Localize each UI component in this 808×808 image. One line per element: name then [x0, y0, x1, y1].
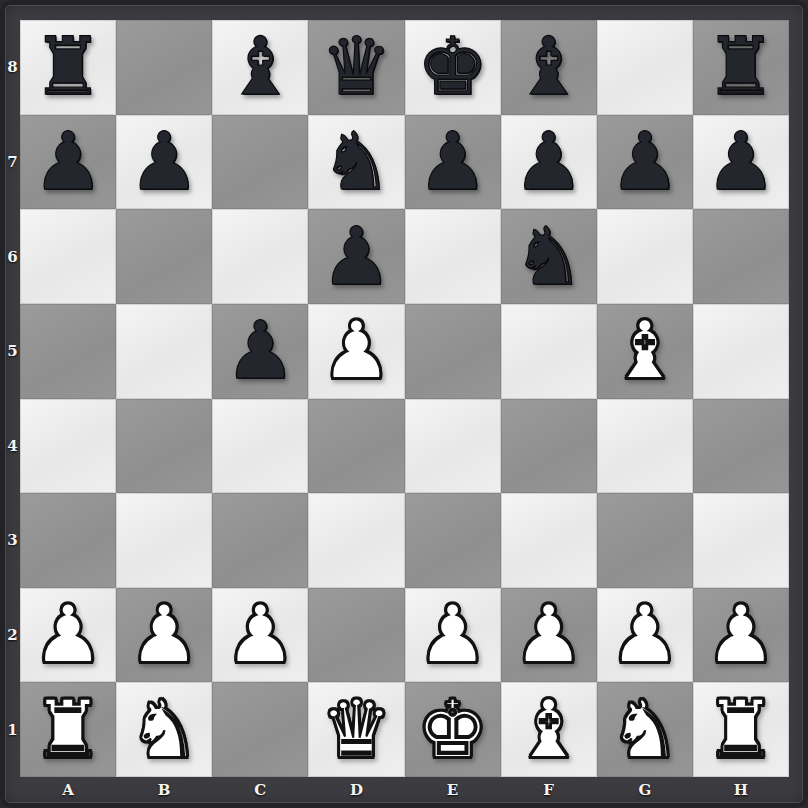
- square-h5[interactable]: [693, 304, 789, 399]
- piece-white-queen[interactable]: ♛: [321, 690, 393, 770]
- piece-black-queen[interactable]: ♛: [321, 27, 393, 107]
- square-d8[interactable]: ♛: [308, 20, 404, 115]
- square-c1[interactable]: [212, 682, 308, 777]
- square-e6[interactable]: [405, 209, 501, 304]
- square-b3[interactable]: [116, 493, 212, 588]
- piece-white-pawn[interactable]: ♟: [513, 595, 585, 675]
- piece-white-king[interactable]: ♚: [417, 690, 489, 770]
- square-h4[interactable]: [693, 399, 789, 494]
- square-d5[interactable]: ♟: [308, 304, 404, 399]
- file-label-g: G: [597, 777, 693, 802]
- square-h1[interactable]: ♜: [693, 682, 789, 777]
- piece-black-rook[interactable]: ♜: [32, 27, 104, 107]
- piece-white-rook[interactable]: ♜: [705, 690, 777, 770]
- piece-white-rook[interactable]: ♜: [32, 690, 104, 770]
- square-e1[interactable]: ♚: [405, 682, 501, 777]
- chess-board: ♜♝♛♚♝♜♟♟♞♟♟♟♟♟♞♟♟♝♟♟♟♟♟♟♟♜♞♛♚♝♞♜: [20, 20, 789, 777]
- piece-black-pawn[interactable]: ♟: [32, 122, 104, 202]
- square-g1[interactable]: ♞: [597, 682, 693, 777]
- square-g4[interactable]: [597, 399, 693, 494]
- piece-white-knight[interactable]: ♞: [128, 690, 200, 770]
- rank-label-2: 2: [0, 588, 20, 683]
- square-e4[interactable]: [405, 399, 501, 494]
- piece-white-pawn[interactable]: ♟: [128, 595, 200, 675]
- square-d6[interactable]: ♟: [308, 209, 404, 304]
- piece-white-bishop[interactable]: ♝: [513, 690, 585, 770]
- piece-white-pawn[interactable]: ♟: [224, 595, 296, 675]
- square-d7[interactable]: ♞: [308, 115, 404, 210]
- rank-label-4: 4: [0, 399, 20, 494]
- file-labels: ABCDEFGH: [20, 777, 789, 802]
- square-f7[interactable]: ♟: [501, 115, 597, 210]
- piece-black-pawn[interactable]: ♟: [417, 122, 489, 202]
- square-e7[interactable]: ♟: [405, 115, 501, 210]
- square-g3[interactable]: [597, 493, 693, 588]
- square-a1[interactable]: ♜: [20, 682, 116, 777]
- piece-black-king[interactable]: ♚: [417, 27, 489, 107]
- piece-black-pawn[interactable]: ♟: [224, 311, 296, 391]
- rank-label-6: 6: [0, 209, 20, 304]
- square-f6[interactable]: ♞: [501, 209, 597, 304]
- piece-black-pawn[interactable]: ♟: [705, 122, 777, 202]
- square-g7[interactable]: ♟: [597, 115, 693, 210]
- piece-white-pawn[interactable]: ♟: [705, 595, 777, 675]
- square-h2[interactable]: ♟: [693, 588, 789, 683]
- file-label-e: E: [405, 777, 501, 802]
- square-c4[interactable]: [212, 399, 308, 494]
- square-c2[interactable]: ♟: [212, 588, 308, 683]
- piece-white-pawn[interactable]: ♟: [417, 595, 489, 675]
- square-c8[interactable]: ♝: [212, 20, 308, 115]
- file-label-a: A: [20, 777, 116, 802]
- square-g8[interactable]: [597, 20, 693, 115]
- file-label-b: B: [116, 777, 212, 802]
- square-f2[interactable]: ♟: [501, 588, 597, 683]
- square-d1[interactable]: ♛: [308, 682, 404, 777]
- square-h6[interactable]: [693, 209, 789, 304]
- rank-label-3: 3: [0, 493, 20, 588]
- square-f3[interactable]: [501, 493, 597, 588]
- piece-black-knight[interactable]: ♞: [321, 122, 393, 202]
- chess-board-frame: 87654321 ♜♝♛♚♝♜♟♟♞♟♟♟♟♟♞♟♟♝♟♟♟♟♟♟♟♜♞♛♚♝♞…: [0, 0, 808, 808]
- square-a4[interactable]: [20, 399, 116, 494]
- piece-white-bishop[interactable]: ♝: [609, 311, 681, 391]
- piece-white-knight[interactable]: ♞: [609, 690, 681, 770]
- piece-white-pawn[interactable]: ♟: [32, 595, 104, 675]
- rank-label-1: 1: [0, 682, 20, 777]
- piece-white-pawn[interactable]: ♟: [321, 311, 393, 391]
- square-f1[interactable]: ♝: [501, 682, 597, 777]
- square-g2[interactable]: ♟: [597, 588, 693, 683]
- rank-label-7: 7: [0, 115, 20, 210]
- square-b1[interactable]: ♞: [116, 682, 212, 777]
- square-c5[interactable]: ♟: [212, 304, 308, 399]
- square-f8[interactable]: ♝: [501, 20, 597, 115]
- square-h7[interactable]: ♟: [693, 115, 789, 210]
- piece-black-bishop[interactable]: ♝: [224, 27, 296, 107]
- file-label-d: D: [308, 777, 404, 802]
- file-label-h: H: [693, 777, 789, 802]
- piece-black-knight[interactable]: ♞: [513, 217, 585, 297]
- file-label-c: C: [212, 777, 308, 802]
- piece-black-pawn[interactable]: ♟: [513, 122, 585, 202]
- piece-black-pawn[interactable]: ♟: [128, 122, 200, 202]
- rank-label-8: 8: [0, 20, 20, 115]
- square-e2[interactable]: ♟: [405, 588, 501, 683]
- square-c7[interactable]: [212, 115, 308, 210]
- square-a5[interactable]: [20, 304, 116, 399]
- square-f4[interactable]: [501, 399, 597, 494]
- square-h3[interactable]: [693, 493, 789, 588]
- file-label-f: F: [501, 777, 597, 802]
- rank-label-5: 5: [0, 304, 20, 399]
- square-h8[interactable]: ♜: [693, 20, 789, 115]
- square-b6[interactable]: [116, 209, 212, 304]
- square-c6[interactable]: [212, 209, 308, 304]
- square-a3[interactable]: [20, 493, 116, 588]
- square-e8[interactable]: ♚: [405, 20, 501, 115]
- square-b7[interactable]: ♟: [116, 115, 212, 210]
- square-b2[interactable]: ♟: [116, 588, 212, 683]
- square-e3[interactable]: [405, 493, 501, 588]
- piece-white-pawn[interactable]: ♟: [609, 595, 681, 675]
- square-f5[interactable]: [501, 304, 597, 399]
- square-d4[interactable]: [308, 399, 404, 494]
- square-d2[interactable]: [308, 588, 404, 683]
- square-g5[interactable]: ♝: [597, 304, 693, 399]
- square-a8[interactable]: ♜: [20, 20, 116, 115]
- square-c3[interactable]: [212, 493, 308, 588]
- square-a7[interactable]: ♟: [20, 115, 116, 210]
- square-d3[interactable]: [308, 493, 404, 588]
- rank-labels: 87654321: [0, 20, 20, 777]
- square-b5[interactable]: [116, 304, 212, 399]
- piece-black-pawn[interactable]: ♟: [609, 122, 681, 202]
- square-b4[interactable]: [116, 399, 212, 494]
- square-g6[interactable]: [597, 209, 693, 304]
- piece-black-rook[interactable]: ♜: [705, 27, 777, 107]
- square-b8[interactable]: [116, 20, 212, 115]
- piece-black-bishop[interactable]: ♝: [513, 27, 585, 107]
- square-e5[interactable]: [405, 304, 501, 399]
- piece-black-pawn[interactable]: ♟: [321, 217, 393, 297]
- square-a2[interactable]: ♟: [20, 588, 116, 683]
- square-a6[interactable]: [20, 209, 116, 304]
